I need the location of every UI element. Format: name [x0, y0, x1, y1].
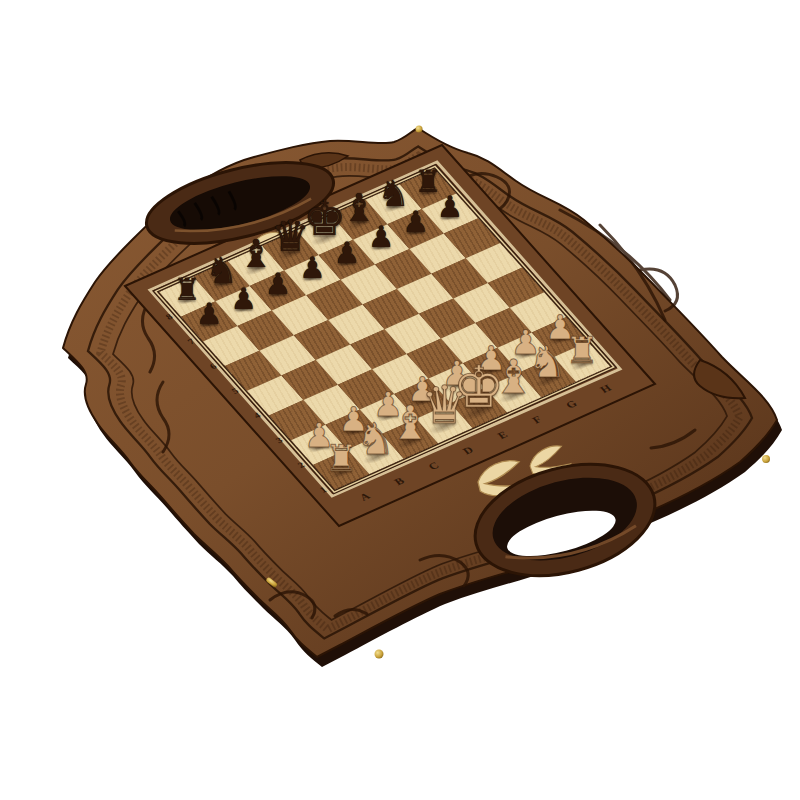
piece-black-pawn-h7[interactable]: ♟: [437, 192, 463, 221]
piece-white-knight-b1[interactable]: ♞: [356, 419, 395, 463]
piece-black-pawn-b7[interactable]: ♟: [230, 285, 256, 314]
piece-black-pawn-g7[interactable]: ♟: [402, 208, 428, 237]
piece-black-pawn-d7[interactable]: ♟: [299, 254, 325, 283]
piece-black-pawn-c7[interactable]: ♟: [265, 269, 291, 298]
piece-white-rook-h1[interactable]: ♜: [565, 333, 598, 370]
piece-black-pawn-f7[interactable]: ♟: [368, 223, 394, 252]
piece-black-pawn-e7[interactable]: ♟: [334, 238, 360, 267]
piece-white-rook-a1[interactable]: ♜: [325, 441, 358, 478]
photo-scene: 87654321ABCDEFGH ♜♞♝♛♚♝♞♜♟♟♟♟♟♟♟♟♟♟♟♟♟♟♟…: [0, 0, 800, 800]
piece-black-pawn-a7[interactable]: ♟: [196, 300, 222, 329]
piece-white-bishop-c1[interactable]: ♝: [389, 400, 431, 447]
